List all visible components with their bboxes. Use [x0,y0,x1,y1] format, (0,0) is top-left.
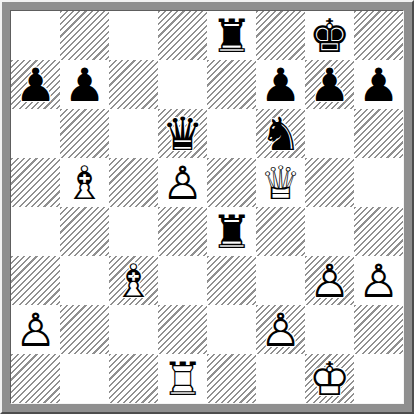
piece-glyph: ♜ [207,207,256,256]
square-c7[interactable] [109,60,158,109]
square-f3[interactable] [256,256,305,305]
piece-outline-layer: ♙ [11,305,60,354]
piece-white-king: ♚♔ [305,354,354,403]
square-g4[interactable] [305,207,354,256]
square-a3[interactable] [11,256,60,305]
piece-outline-layer: ♙ [305,256,354,305]
square-a2[interactable]: ♟♙ [11,305,60,354]
square-f1[interactable] [256,354,305,403]
piece-white-queen: ♛♕ [256,158,305,207]
square-h6[interactable] [354,109,403,158]
square-g2[interactable] [305,305,354,354]
piece-outline-layer: ♙ [158,158,207,207]
square-d6[interactable]: ♛ [158,109,207,158]
square-h1[interactable] [354,354,403,403]
square-a1[interactable] [11,354,60,403]
piece-black-pawn: ♟ [11,60,60,109]
piece-white-pawn: ♟♙ [158,158,207,207]
square-d8[interactable] [158,11,207,60]
square-e7[interactable] [207,60,256,109]
piece-white-pawn: ♟♙ [256,305,305,354]
piece-outline-layer: ♔ [305,354,354,403]
square-f7[interactable]: ♟ [256,60,305,109]
square-e4[interactable]: ♜ [207,207,256,256]
square-g8[interactable]: ♚ [305,11,354,60]
square-g1[interactable]: ♚♔ [305,354,354,403]
square-b4[interactable] [60,207,109,256]
square-a6[interactable] [11,109,60,158]
square-e1[interactable] [207,354,256,403]
square-c8[interactable] [109,11,158,60]
piece-white-bishop: ♝♗ [109,256,158,305]
piece-black-queen: ♛ [158,109,207,158]
piece-black-pawn: ♟ [305,60,354,109]
piece-black-king: ♚ [305,11,354,60]
square-a7[interactable]: ♟ [11,60,60,109]
square-d7[interactable] [158,60,207,109]
square-c3[interactable]: ♝♗ [109,256,158,305]
square-g6[interactable] [305,109,354,158]
square-a8[interactable] [11,11,60,60]
piece-outline-layer: ♙ [256,305,305,354]
square-f2[interactable]: ♟♙ [256,305,305,354]
square-c6[interactable] [109,109,158,158]
square-f5[interactable]: ♛♕ [256,158,305,207]
square-h8[interactable] [354,11,403,60]
piece-white-pawn: ♟♙ [11,305,60,354]
square-a4[interactable] [11,207,60,256]
square-d3[interactable] [158,256,207,305]
piece-glyph: ♟ [256,60,305,109]
piece-glyph: ♚ [305,11,354,60]
square-b5[interactable]: ♝♗ [60,158,109,207]
piece-glyph: ♟ [354,60,403,109]
piece-white-pawn: ♟♙ [354,256,403,305]
square-f4[interactable] [256,207,305,256]
square-g3[interactable]: ♟♙ [305,256,354,305]
piece-glyph: ♟ [11,60,60,109]
square-b3[interactable] [60,256,109,305]
square-h3[interactable]: ♟♙ [354,256,403,305]
square-c1[interactable] [109,354,158,403]
piece-outline-layer: ♗ [60,158,109,207]
square-g7[interactable]: ♟ [305,60,354,109]
piece-outline-layer: ♖ [158,354,207,403]
piece-white-pawn: ♟♙ [305,256,354,305]
piece-glyph: ♜ [207,11,256,60]
piece-outline-layer: ♗ [109,256,158,305]
piece-black-rook: ♜ [207,11,256,60]
piece-outline-layer: ♕ [256,158,305,207]
square-f6[interactable]: ♞ [256,109,305,158]
square-b2[interactable] [60,305,109,354]
square-e3[interactable] [207,256,256,305]
square-c5[interactable] [109,158,158,207]
square-h2[interactable] [354,305,403,354]
piece-black-pawn: ♟ [354,60,403,109]
piece-black-pawn: ♟ [60,60,109,109]
square-b7[interactable]: ♟ [60,60,109,109]
square-d1[interactable]: ♜♖ [158,354,207,403]
square-g5[interactable] [305,158,354,207]
piece-black-pawn: ♟ [256,60,305,109]
square-d5[interactable]: ♟♙ [158,158,207,207]
piece-glyph: ♞ [256,109,305,158]
square-b8[interactable] [60,11,109,60]
square-c2[interactable] [109,305,158,354]
piece-black-knight: ♞ [256,109,305,158]
square-d2[interactable] [158,305,207,354]
square-e6[interactable] [207,109,256,158]
square-e8[interactable]: ♜ [207,11,256,60]
piece-white-bishop: ♝♗ [60,158,109,207]
piece-white-rook: ♜♖ [158,354,207,403]
square-e2[interactable] [207,305,256,354]
square-b6[interactable] [60,109,109,158]
piece-black-rook: ♜ [207,207,256,256]
square-h7[interactable]: ♟ [354,60,403,109]
piece-glyph: ♛ [158,109,207,158]
piece-glyph: ♟ [305,60,354,109]
chess-board: ♜♚♟♟♟♟♟♛♞♝♗♟♙♛♕♜♝♗♟♙♟♙♟♙♟♙♜♖♚♔ [10,10,404,404]
square-c4[interactable] [109,207,158,256]
square-b1[interactable] [60,354,109,403]
square-h5[interactable] [354,158,403,207]
chess-board-frame: ♜♚♟♟♟♟♟♛♞♝♗♟♙♛♕♜♝♗♟♙♟♙♟♙♟♙♜♖♚♔ [0,0,414,414]
square-d4[interactable] [158,207,207,256]
square-h4[interactable] [354,207,403,256]
square-e5[interactable] [207,158,256,207]
square-a5[interactable] [11,158,60,207]
square-f8[interactable] [256,11,305,60]
piece-outline-layer: ♙ [354,256,403,305]
piece-glyph: ♟ [60,60,109,109]
